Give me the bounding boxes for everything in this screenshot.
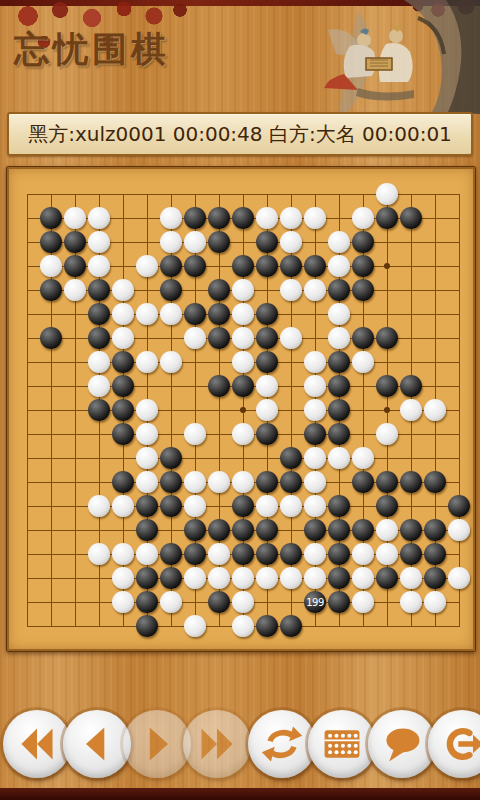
white-stone [256,375,278,397]
black-stone [184,519,206,541]
black-stone [256,351,278,373]
white-stone [136,423,158,445]
black-stone [232,543,254,565]
white-stone [280,495,302,517]
white-stone [112,303,134,325]
black-stone [400,207,422,229]
chat-button[interactable] [368,710,436,778]
black-stone [304,255,326,277]
black-stone [376,327,398,349]
white-stone [160,591,182,613]
white-stone [304,207,326,229]
count-score-button[interactable] [308,710,376,778]
black-stone [400,519,422,541]
white-stone [208,567,230,589]
white-stone [112,567,134,589]
white-stone [112,591,134,613]
black-stone [376,567,398,589]
black-stone [400,375,422,397]
black-stone [328,591,350,613]
black-stone [352,519,374,541]
white-stone [352,567,374,589]
white-stone [232,327,254,349]
white-stone [136,303,158,325]
black-stone [256,543,278,565]
black-stone [160,567,182,589]
black-stone [136,591,158,613]
white-stone [304,543,326,565]
white-stone [136,543,158,565]
black-stone [88,279,110,301]
black-stone [112,351,134,373]
black-stone [88,327,110,349]
black-stone [112,423,134,445]
black-stone [184,303,206,325]
white-stone [256,399,278,421]
black-stone [40,231,62,253]
black-stone [280,543,302,565]
black-stone [208,375,230,397]
white-stone [232,351,254,373]
white-player-label: 白方:大名 [269,121,356,148]
black-stone [424,471,446,493]
double-right-arrow-icon [195,722,239,766]
white-stone [136,255,158,277]
black-stone [352,279,374,301]
white-stone [280,567,302,589]
black-stone [208,303,230,325]
step-forward-button [123,710,191,778]
black-stone [424,519,446,541]
black-stone [136,567,158,589]
forward-to-end-button [183,710,251,778]
step-back-button[interactable] [63,710,131,778]
white-stone [352,207,374,229]
black-stone [112,375,134,397]
white-stone [280,327,302,349]
white-stone [232,615,254,637]
black-stone [136,495,158,517]
black-stone [232,207,254,229]
white-stone [160,207,182,229]
white-stone [64,279,86,301]
pass-exit-button[interactable] [428,710,480,778]
white-stone [232,591,254,613]
white-stone [352,543,374,565]
white-stone [208,471,230,493]
star-point [384,407,390,413]
white-stone [160,303,182,325]
white-clock: 00:00:01 [362,122,452,146]
last-move-number-label: 199 [304,591,326,613]
black-stone [256,303,278,325]
black-stone [256,519,278,541]
white-stone [256,207,278,229]
black-stone [328,495,350,517]
white-stone [112,279,134,301]
black-stone [88,399,110,421]
right-arrow-icon [135,722,179,766]
black-stone [424,567,446,589]
black-stone [352,471,374,493]
white-stone [136,351,158,373]
white-stone [304,495,326,517]
white-stone [184,495,206,517]
black-stone [280,447,302,469]
black-stone [208,519,230,541]
white-stone [352,351,374,373]
black-stone [280,615,302,637]
white-stone [184,615,206,637]
black-stone [160,543,182,565]
white-stone [304,279,326,301]
black-stone [208,327,230,349]
white-stone [376,423,398,445]
black-stone [256,471,278,493]
white-stone [136,447,158,469]
black-stone [256,231,278,253]
white-stone [376,519,398,541]
white-stone [352,447,374,469]
black-stone [112,399,134,421]
white-stone [88,543,110,565]
black-stone [280,471,302,493]
app-screen: 忘忧围棋 黑方:xulz0001 00:00:48 白方:大名 00:00:01… [0,0,480,800]
abacus-icon [320,722,364,766]
white-stone [88,255,110,277]
white-stone [304,471,326,493]
white-stone [136,399,158,421]
black-stone [376,207,398,229]
black-stone [208,207,230,229]
black-stone [400,543,422,565]
white-stone [88,351,110,373]
app-title: 忘忧围棋 [14,26,170,73]
white-stone [256,567,278,589]
white-stone [400,591,422,613]
white-stone [232,279,254,301]
black-stone [136,615,158,637]
white-stone [88,231,110,253]
black-stone [352,231,374,253]
black-stone [232,519,254,541]
black-stone [40,327,62,349]
white-stone [232,303,254,325]
black-stone [112,471,134,493]
white-stone [160,231,182,253]
white-stone [304,375,326,397]
black-stone [304,519,326,541]
game-status-bar: 黑方:xulz0001 00:00:48 白方:大名 00:00:01 [7,112,473,156]
speech-bubble-icon [380,722,424,766]
black-stone [160,255,182,277]
black-stone [88,303,110,325]
sync-arrows-icon [260,722,304,766]
white-stone [400,567,422,589]
white-stone [280,231,302,253]
white-stone [424,591,446,613]
black-stone [208,231,230,253]
white-stone [184,567,206,589]
black-stone [136,519,158,541]
white-stone [184,327,206,349]
black-clock: 00:00:48 [173,122,263,146]
black-stone [160,447,182,469]
white-stone [112,543,134,565]
white-stone [184,231,206,253]
black-player-label: 黑方:xulz0001 [28,121,166,148]
black-stone [304,423,326,445]
white-stone [400,399,422,421]
black-stone [256,615,278,637]
white-stone [328,447,350,469]
ink-painting-go-players [208,0,480,114]
black-stone [184,543,206,565]
black-stone [328,351,350,373]
black-stone [376,375,398,397]
double-left-arrow-icon [15,722,59,766]
black-stone [280,255,302,277]
black-stone [256,255,278,277]
white-stone [184,471,206,493]
white-stone [448,567,470,589]
white-stone [352,591,374,613]
black-stone [328,279,350,301]
black-stone [160,279,182,301]
white-stone [40,255,62,277]
left-arrow-icon [75,722,119,766]
white-stone [184,423,206,445]
black-stone [160,495,182,517]
black-stone [352,255,374,277]
rewind-to-start-button[interactable] [3,710,71,778]
exit-arrow-icon [440,722,480,766]
black-stone [208,279,230,301]
black-stone [64,255,86,277]
black-stone [376,471,398,493]
white-stone [136,471,158,493]
black-stone [256,327,278,349]
white-stone [208,543,230,565]
white-stone [328,231,350,253]
star-point [384,263,390,269]
white-stone [232,423,254,445]
refresh-button[interactable] [248,710,316,778]
white-stone [88,375,110,397]
white-stone [112,495,134,517]
bottom-decorative-strip [0,788,480,800]
white-stone [88,207,110,229]
black-stone [64,231,86,253]
white-stone [304,447,326,469]
black-stone [328,423,350,445]
black-stone [328,399,350,421]
black-stone [40,207,62,229]
white-stone [88,495,110,517]
white-stone [376,183,398,205]
white-stone [280,279,302,301]
white-stone [328,303,350,325]
white-stone [424,399,446,421]
black-stone [184,207,206,229]
black-stone [328,519,350,541]
white-stone [256,495,278,517]
black-stone [256,423,278,445]
white-stone [448,519,470,541]
white-stone [376,543,398,565]
white-stone [160,351,182,373]
black-stone [232,495,254,517]
white-stone [328,255,350,277]
black-stone [232,255,254,277]
black-stone [400,471,422,493]
white-stone [112,327,134,349]
white-stone [280,207,302,229]
white-stone [64,207,86,229]
black-stone [160,471,182,493]
black-stone [448,495,470,517]
black-stone [328,375,350,397]
black-stone [232,375,254,397]
black-stone [376,495,398,517]
white-stone [304,399,326,421]
white-stone [328,327,350,349]
black-stone [328,567,350,589]
white-stone [304,351,326,373]
black-stone [40,279,62,301]
black-stone [208,591,230,613]
white-stone [304,567,326,589]
go-board[interactable]: 199 [6,166,476,652]
black-stone [184,255,206,277]
black-stone [352,327,374,349]
white-stone [232,471,254,493]
black-stone [424,543,446,565]
star-point [240,407,246,413]
white-stone [232,567,254,589]
black-stone [328,543,350,565]
